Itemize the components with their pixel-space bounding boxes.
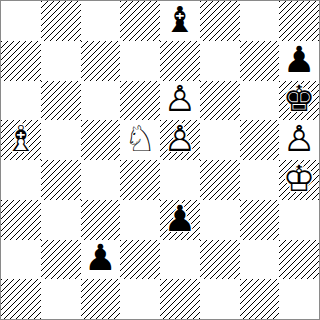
square-e4[interactable] (160, 160, 200, 200)
square-g2[interactable] (240, 240, 280, 280)
square-f6[interactable] (200, 81, 240, 121)
square-g5[interactable] (240, 120, 280, 160)
square-h6[interactable]: ♚ (279, 81, 319, 121)
square-d6[interactable] (120, 81, 160, 121)
square-f4[interactable] (200, 160, 240, 200)
chess-board: ♝♟♟♙♚♝♗♞♘♟♙♟♙♚♔♟♟ (0, 0, 320, 320)
square-b1[interactable] (41, 279, 81, 319)
square-f8[interactable] (200, 1, 240, 41)
square-d7[interactable] (120, 41, 160, 81)
square-e2[interactable] (160, 240, 200, 280)
square-g3[interactable] (240, 200, 280, 240)
square-e5[interactable]: ♟♙ (160, 120, 200, 160)
square-d5[interactable]: ♞♘ (120, 120, 160, 160)
square-b2[interactable] (41, 240, 81, 280)
square-e3[interactable]: ♟ (160, 200, 200, 240)
square-c6[interactable] (81, 81, 121, 121)
square-d2[interactable] (120, 240, 160, 280)
black-bishop-e8[interactable]: ♝ (160, 1, 200, 41)
square-h2[interactable] (279, 240, 319, 280)
white-knight-d5[interactable]: ♞♘ (120, 120, 160, 160)
square-h8[interactable] (279, 1, 319, 41)
square-h4[interactable]: ♚♔ (279, 160, 319, 200)
white-bishop-a5[interactable]: ♝♗ (1, 120, 41, 160)
square-c3[interactable] (81, 200, 121, 240)
square-g8[interactable] (240, 1, 280, 41)
square-c4[interactable] (81, 160, 121, 200)
piece-glyph: ♟ (84, 240, 116, 276)
square-d1[interactable] (120, 279, 160, 319)
square-a5[interactable]: ♝♗ (1, 120, 41, 160)
square-e8[interactable]: ♝ (160, 1, 200, 41)
square-c7[interactable] (81, 41, 121, 81)
square-b3[interactable] (41, 200, 81, 240)
square-f2[interactable] (200, 240, 240, 280)
square-b8[interactable] (41, 1, 81, 41)
square-g6[interactable] (240, 81, 280, 121)
piece-outline: ♗ (5, 121, 37, 157)
square-h3[interactable] (279, 200, 319, 240)
white-pawn-e5[interactable]: ♟♙ (160, 120, 200, 160)
white-pawn-h5[interactable]: ♟♙ (279, 120, 319, 160)
white-pawn-e6[interactable]: ♟♙ (160, 81, 200, 121)
square-g1[interactable] (240, 279, 280, 319)
square-d8[interactable] (120, 1, 160, 41)
piece-glyph: ♝ (164, 1, 196, 37)
square-b5[interactable] (41, 120, 81, 160)
square-g4[interactable] (240, 160, 280, 200)
piece-glyph: ♟ (164, 200, 196, 236)
square-b6[interactable] (41, 81, 81, 121)
piece-glyph: ♚ (283, 81, 315, 117)
square-a8[interactable] (1, 1, 41, 41)
square-c5[interactable] (81, 120, 121, 160)
black-pawn-c2[interactable]: ♟ (81, 240, 121, 280)
piece-outline: ♙ (283, 121, 315, 157)
square-h1[interactable] (279, 279, 319, 319)
square-h7[interactable]: ♟ (279, 41, 319, 81)
square-f5[interactable] (200, 120, 240, 160)
square-f1[interactable] (200, 279, 240, 319)
black-king-h6[interactable]: ♚ (279, 81, 319, 121)
piece-outline: ♙ (164, 121, 196, 157)
piece-glyph: ♟ (283, 41, 315, 77)
square-b7[interactable] (41, 41, 81, 81)
square-a6[interactable] (1, 81, 41, 121)
square-c8[interactable] (81, 1, 121, 41)
black-pawn-h7[interactable]: ♟ (279, 41, 319, 81)
piece-outline: ♔ (283, 160, 315, 196)
square-a4[interactable] (1, 160, 41, 200)
square-e7[interactable] (160, 41, 200, 81)
square-f7[interactable] (200, 41, 240, 81)
square-a2[interactable] (1, 240, 41, 280)
piece-outline: ♙ (164, 81, 196, 117)
square-d3[interactable] (120, 200, 160, 240)
square-c2[interactable]: ♟ (81, 240, 121, 280)
square-c1[interactable] (81, 279, 121, 319)
white-king-h4[interactable]: ♚♔ (279, 160, 319, 200)
square-f3[interactable] (200, 200, 240, 240)
square-h5[interactable]: ♟♙ (279, 120, 319, 160)
square-d4[interactable] (120, 160, 160, 200)
black-pawn-e3[interactable]: ♟ (160, 200, 200, 240)
square-g7[interactable] (240, 41, 280, 81)
square-e6[interactable]: ♟♙ (160, 81, 200, 121)
square-b4[interactable] (41, 160, 81, 200)
square-a1[interactable] (1, 279, 41, 319)
square-e1[interactable] (160, 279, 200, 319)
square-a3[interactable] (1, 200, 41, 240)
piece-outline: ♘ (124, 121, 156, 157)
square-a7[interactable] (1, 41, 41, 81)
